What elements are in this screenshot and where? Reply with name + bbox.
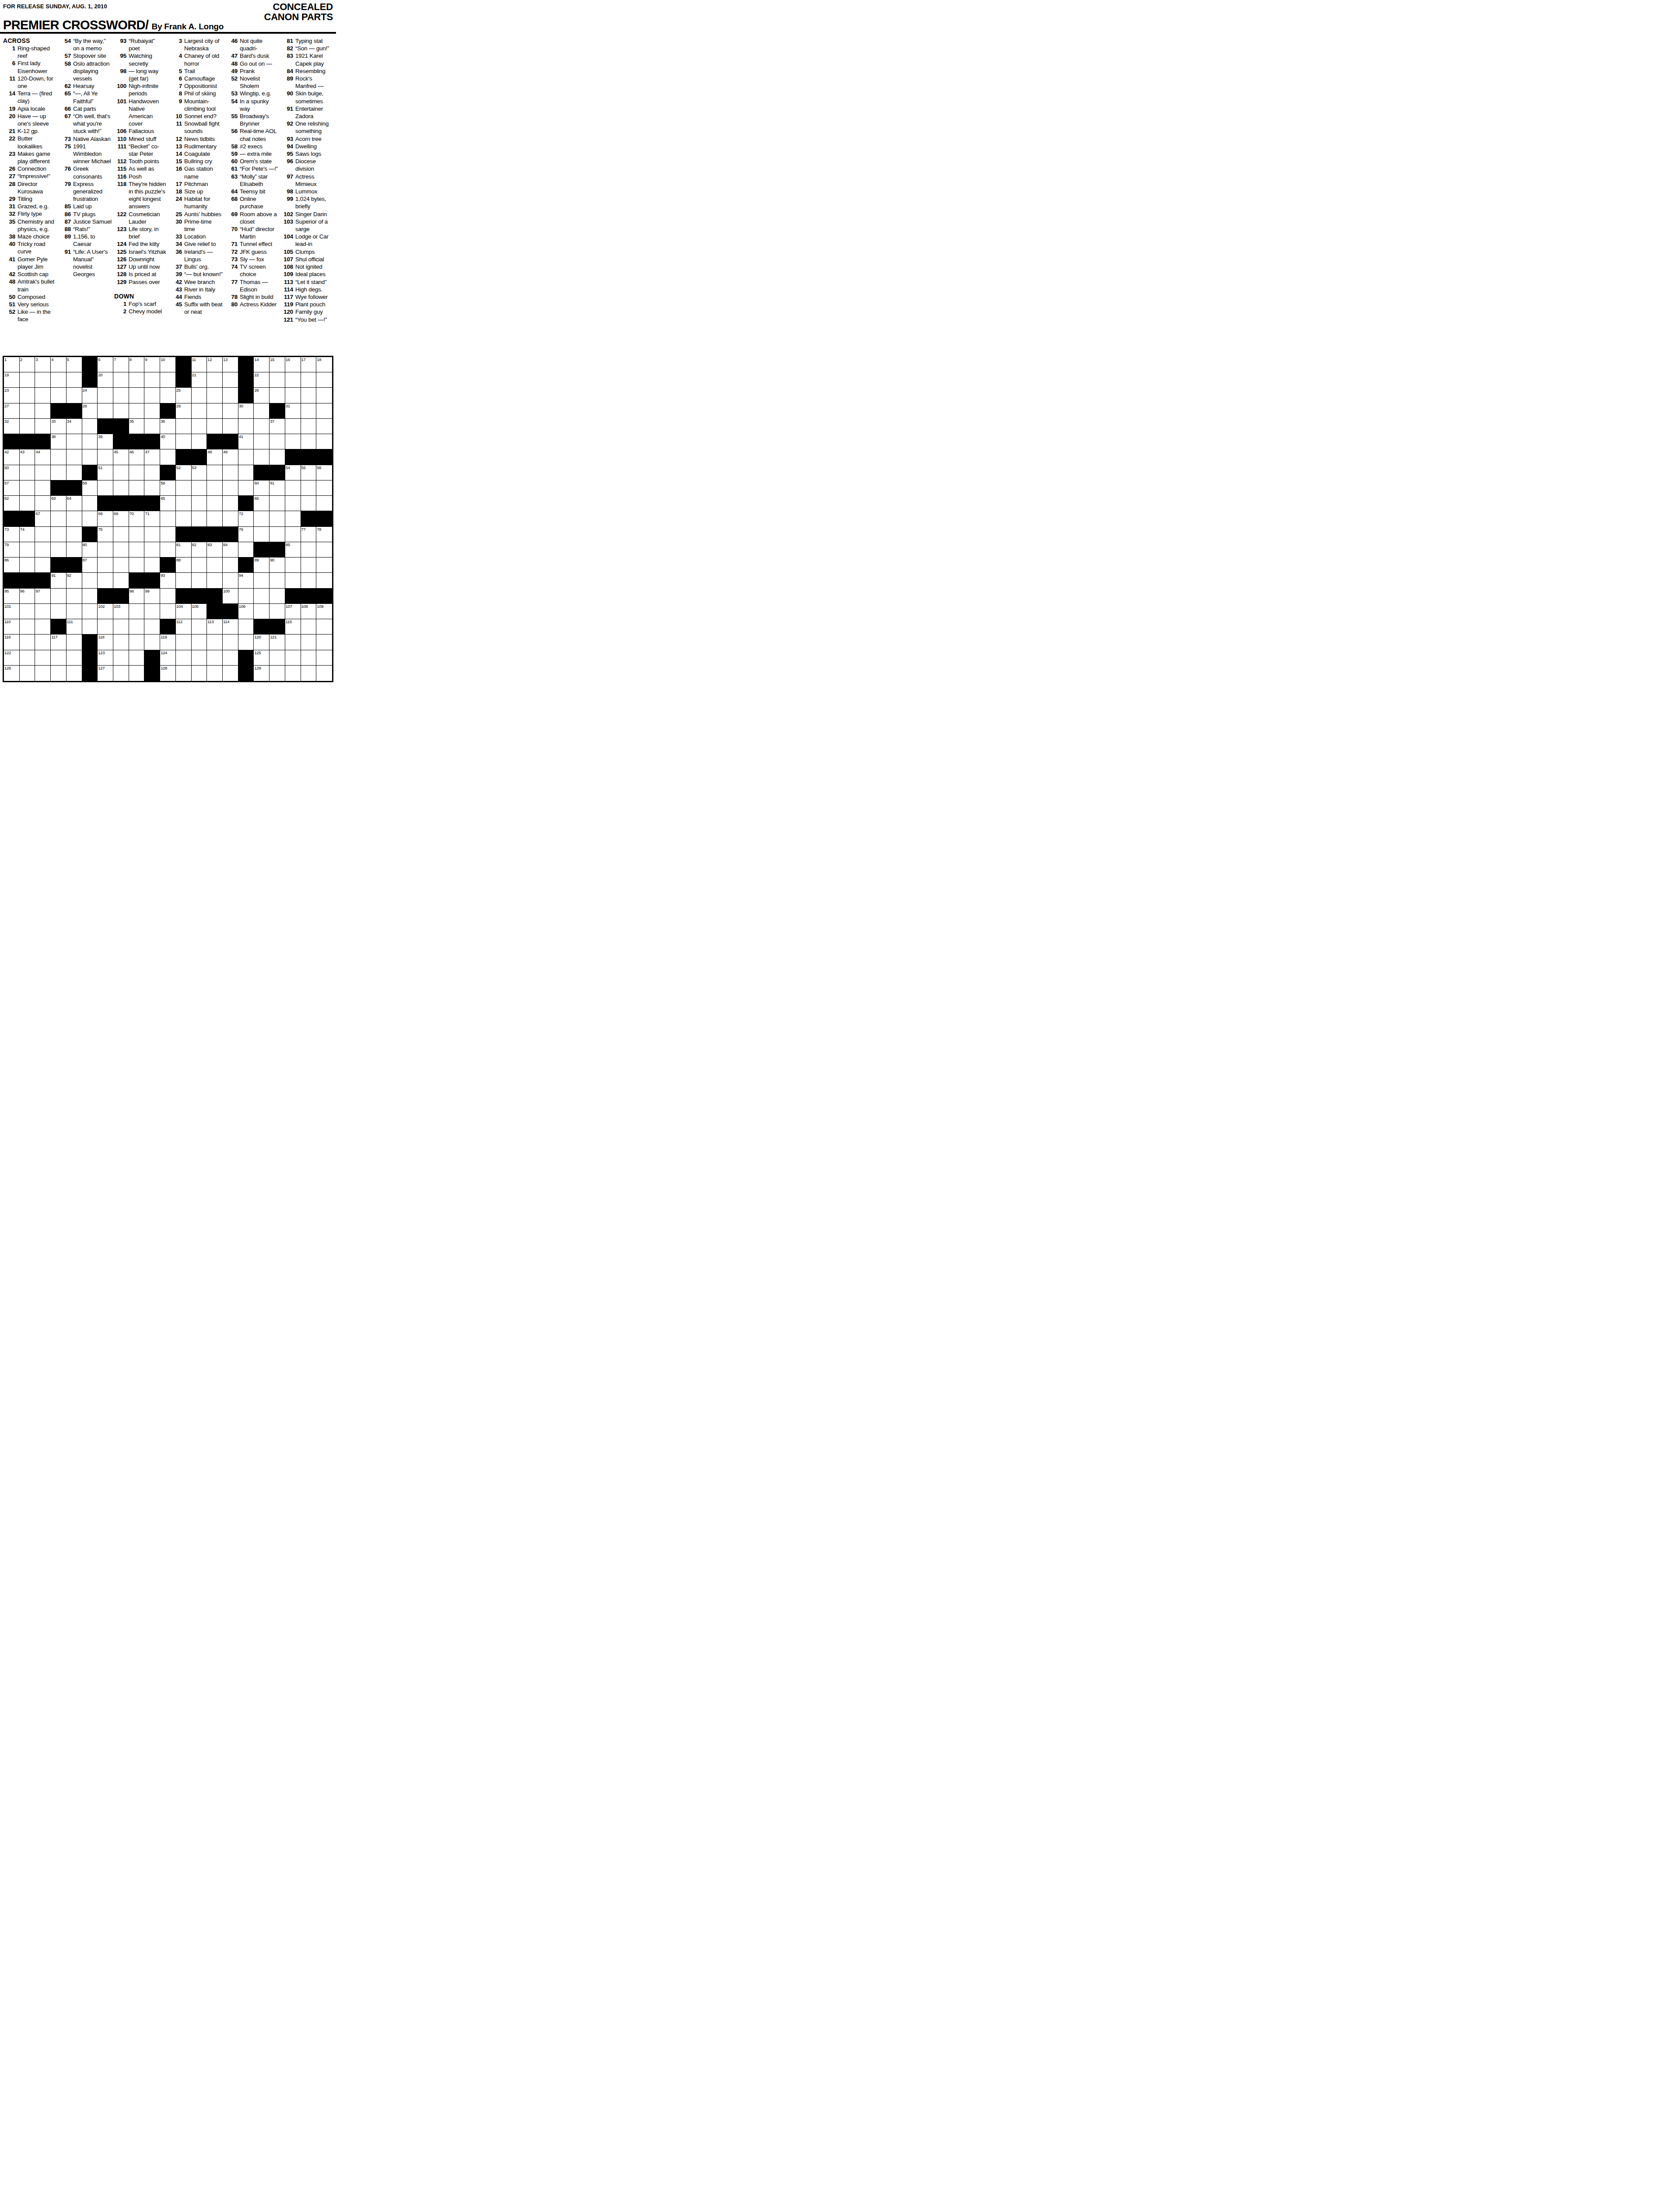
cell-21-12[interactable] (176, 666, 192, 681)
cell-19-4[interactable]: 117 (51, 635, 66, 650)
cell-15-19[interactable] (285, 573, 301, 588)
cell-17-11[interactable] (160, 604, 176, 619)
cell-3-2[interactable] (20, 388, 35, 403)
cell-19-12[interactable] (176, 635, 192, 650)
cell-1-3[interactable]: 3 (35, 357, 51, 372)
cell-10-11[interactable]: 65 (160, 496, 176, 511)
cell-19-18[interactable]: 121 (269, 635, 285, 650)
cell-7-1[interactable]: 42 (4, 449, 20, 465)
cell-3-11[interactable] (160, 388, 176, 403)
cell-8-7[interactable]: 51 (98, 465, 113, 480)
cell-17-19[interactable]: 107 (285, 604, 301, 619)
cell-4-1[interactable]: 27 (4, 403, 20, 419)
cell-14-3[interactable] (35, 558, 51, 573)
cell-1-1[interactable]: 1 (4, 357, 20, 372)
cell-20-2[interactable] (20, 650, 35, 666)
cell-12-21[interactable]: 78 (316, 527, 332, 542)
cell-14-13[interactable] (192, 558, 207, 573)
cell-11-7[interactable]: 68 (98, 511, 113, 526)
cell-17-10[interactable] (144, 604, 160, 619)
cell-10-2[interactable] (20, 496, 35, 511)
cell-16-17[interactable] (254, 589, 269, 604)
cell-17-17[interactable] (254, 604, 269, 619)
cell-6-21[interactable] (316, 434, 332, 449)
cell-20-13[interactable] (192, 650, 207, 666)
cell-7-11[interactable] (160, 449, 176, 465)
cell-18-14[interactable]: 113 (207, 619, 223, 635)
cell-1-5[interactable]: 5 (66, 357, 82, 372)
cell-21-20[interactable] (301, 666, 317, 681)
cell-9-15[interactable] (223, 480, 238, 496)
cell-8-15[interactable] (223, 465, 238, 480)
cell-15-7[interactable] (98, 573, 113, 588)
cell-2-4[interactable] (51, 372, 66, 388)
cell-17-1[interactable]: 101 (4, 604, 20, 619)
cell-3-4[interactable] (51, 388, 66, 403)
cell-3-14[interactable] (207, 388, 223, 403)
cell-18-10[interactable] (144, 619, 160, 635)
cell-20-8[interactable] (113, 650, 129, 666)
cell-10-21[interactable] (316, 496, 332, 511)
cell-5-6[interactable] (82, 419, 98, 434)
cell-6-19[interactable] (285, 434, 301, 449)
cell-11-10[interactable]: 71 (144, 511, 160, 526)
cell-14-15[interactable] (223, 558, 238, 573)
cell-10-20[interactable] (301, 496, 317, 511)
cell-20-15[interactable] (223, 650, 238, 666)
cell-4-15[interactable] (223, 403, 238, 419)
cell-12-10[interactable] (144, 527, 160, 542)
cell-5-13[interactable] (192, 419, 207, 434)
cell-21-11[interactable]: 128 (160, 666, 176, 681)
cell-17-16[interactable]: 106 (238, 604, 254, 619)
cell-19-9[interactable] (129, 635, 145, 650)
cell-3-7[interactable] (98, 388, 113, 403)
cell-2-8[interactable] (113, 372, 129, 388)
cell-8-2[interactable] (20, 465, 35, 480)
cell-1-7[interactable]: 6 (98, 357, 113, 372)
cell-7-5[interactable] (66, 449, 82, 465)
cell-19-14[interactable] (207, 635, 223, 650)
cell-13-2[interactable] (20, 542, 35, 558)
cell-5-1[interactable]: 32 (4, 419, 20, 434)
cell-14-2[interactable] (20, 558, 35, 573)
cell-1-17[interactable]: 14 (254, 357, 269, 372)
cell-7-4[interactable] (51, 449, 66, 465)
cell-3-12[interactable]: 25 (176, 388, 192, 403)
cell-12-3[interactable] (35, 527, 51, 542)
cell-19-13[interactable] (192, 635, 207, 650)
cell-12-7[interactable]: 75 (98, 527, 113, 542)
cell-17-2[interactable] (20, 604, 35, 619)
cell-5-21[interactable] (316, 419, 332, 434)
cell-10-13[interactable] (192, 496, 207, 511)
cell-4-17[interactable] (254, 403, 269, 419)
cell-5-12[interactable] (176, 419, 192, 434)
cell-7-10[interactable]: 47 (144, 449, 160, 465)
cell-9-13[interactable] (192, 480, 207, 496)
cell-19-11[interactable]: 119 (160, 635, 176, 650)
cell-11-4[interactable] (51, 511, 66, 526)
cell-14-1[interactable]: 86 (4, 558, 20, 573)
cell-18-6[interactable] (82, 619, 98, 635)
cell-9-8[interactable] (113, 480, 129, 496)
cell-20-7[interactable]: 123 (98, 650, 113, 666)
cell-15-21[interactable] (316, 573, 332, 588)
cell-1-13[interactable]: 11 (192, 357, 207, 372)
cell-13-12[interactable]: 81 (176, 542, 192, 558)
cell-21-4[interactable] (51, 666, 66, 681)
cell-18-15[interactable]: 114 (223, 619, 238, 635)
cell-13-6[interactable]: 80 (82, 542, 98, 558)
cell-11-11[interactable] (160, 511, 176, 526)
cell-6-18[interactable] (269, 434, 285, 449)
cell-5-5[interactable]: 34 (66, 419, 82, 434)
cell-1-4[interactable]: 4 (51, 357, 66, 372)
cell-2-14[interactable] (207, 372, 223, 388)
cell-2-21[interactable] (316, 372, 332, 388)
cell-19-17[interactable]: 120 (254, 635, 269, 650)
cell-16-9[interactable]: 98 (129, 589, 145, 604)
cell-21-21[interactable] (316, 666, 332, 681)
cell-9-1[interactable]: 57 (4, 480, 20, 496)
cell-8-16[interactable] (238, 465, 254, 480)
cell-9-14[interactable] (207, 480, 223, 496)
cell-18-20[interactable] (301, 619, 317, 635)
cell-8-8[interactable] (113, 465, 129, 480)
cell-16-10[interactable]: 99 (144, 589, 160, 604)
cell-15-15[interactable] (223, 573, 238, 588)
cell-1-9[interactable]: 8 (129, 357, 145, 372)
cell-13-5[interactable] (66, 542, 82, 558)
cell-10-5[interactable]: 64 (66, 496, 82, 511)
cell-9-11[interactable]: 59 (160, 480, 176, 496)
cell-9-21[interactable] (316, 480, 332, 496)
cell-13-7[interactable] (98, 542, 113, 558)
cell-9-19[interactable] (285, 480, 301, 496)
cell-1-11[interactable]: 10 (160, 357, 176, 372)
cell-14-20[interactable] (301, 558, 317, 573)
cell-1-18[interactable]: 15 (269, 357, 285, 372)
cell-4-9[interactable] (129, 403, 145, 419)
cell-4-19[interactable]: 31 (285, 403, 301, 419)
cell-3-20[interactable] (301, 388, 317, 403)
cell-7-18[interactable] (269, 449, 285, 465)
cell-18-21[interactable] (316, 619, 332, 635)
cell-13-19[interactable]: 85 (285, 542, 301, 558)
cell-7-17[interactable] (254, 449, 269, 465)
cell-3-9[interactable] (129, 388, 145, 403)
cell-6-13[interactable] (192, 434, 207, 449)
cell-6-17[interactable] (254, 434, 269, 449)
cell-14-10[interactable] (144, 558, 160, 573)
cell-2-3[interactable] (35, 372, 51, 388)
cell-20-17[interactable]: 125 (254, 650, 269, 666)
cell-17-18[interactable] (269, 604, 285, 619)
cell-11-14[interactable] (207, 511, 223, 526)
cell-14-9[interactable] (129, 558, 145, 573)
cell-19-10[interactable] (144, 635, 160, 650)
cell-17-9[interactable] (129, 604, 145, 619)
cell-9-17[interactable]: 60 (254, 480, 269, 496)
cell-8-21[interactable]: 56 (316, 465, 332, 480)
cell-17-21[interactable]: 109 (316, 604, 332, 619)
cell-16-18[interactable] (269, 589, 285, 604)
cell-9-20[interactable] (301, 480, 317, 496)
cell-15-11[interactable]: 93 (160, 573, 176, 588)
cell-18-9[interactable] (129, 619, 145, 635)
cell-1-2[interactable]: 2 (20, 357, 35, 372)
cell-9-16[interactable] (238, 480, 254, 496)
cell-3-18[interactable] (269, 388, 285, 403)
cell-15-16[interactable]: 94 (238, 573, 254, 588)
cell-1-20[interactable]: 17 (301, 357, 317, 372)
cell-14-21[interactable] (316, 558, 332, 573)
cell-21-18[interactable] (269, 666, 285, 681)
cell-5-9[interactable]: 35 (129, 419, 145, 434)
cell-4-10[interactable] (144, 403, 160, 419)
cell-7-3[interactable]: 44 (35, 449, 51, 465)
cell-21-2[interactable] (20, 666, 35, 681)
cell-5-17[interactable] (254, 419, 269, 434)
cell-18-3[interactable] (35, 619, 51, 635)
cell-2-2[interactable] (20, 372, 35, 388)
cell-21-7[interactable]: 127 (98, 666, 113, 681)
cell-17-13[interactable]: 105 (192, 604, 207, 619)
cell-9-12[interactable] (176, 480, 192, 496)
cell-15-5[interactable]: 92 (66, 573, 82, 588)
cell-18-7[interactable] (98, 619, 113, 635)
cell-13-8[interactable] (113, 542, 129, 558)
cell-20-20[interactable] (301, 650, 317, 666)
cell-21-1[interactable]: 126 (4, 666, 20, 681)
cell-2-5[interactable] (66, 372, 82, 388)
cell-5-3[interactable] (35, 419, 51, 434)
cell-9-6[interactable]: 58 (82, 480, 98, 496)
cell-13-9[interactable] (129, 542, 145, 558)
cell-4-8[interactable] (113, 403, 129, 419)
cell-3-8[interactable] (113, 388, 129, 403)
cell-12-19[interactable] (285, 527, 301, 542)
cell-3-10[interactable] (144, 388, 160, 403)
cell-12-20[interactable]: 77 (301, 527, 317, 542)
cell-11-18[interactable] (269, 511, 285, 526)
cell-2-1[interactable]: 19 (4, 372, 20, 388)
cell-13-15[interactable]: 84 (223, 542, 238, 558)
cell-2-17[interactable]: 22 (254, 372, 269, 388)
cell-15-6[interactable] (82, 573, 98, 588)
cell-19-15[interactable] (223, 635, 238, 650)
cell-6-6[interactable] (82, 434, 98, 449)
cell-3-3[interactable] (35, 388, 51, 403)
cell-11-6[interactable] (82, 511, 98, 526)
cell-7-15[interactable]: 49 (223, 449, 238, 465)
cell-7-16[interactable] (238, 449, 254, 465)
cell-7-9[interactable]: 46 (129, 449, 145, 465)
cell-2-10[interactable] (144, 372, 160, 388)
cell-17-8[interactable]: 103 (113, 604, 129, 619)
cell-15-13[interactable] (192, 573, 207, 588)
cell-8-13[interactable]: 53 (192, 465, 207, 480)
cell-20-3[interactable] (35, 650, 51, 666)
cell-20-5[interactable] (66, 650, 82, 666)
cell-20-11[interactable]: 124 (160, 650, 176, 666)
cell-16-3[interactable]: 97 (35, 589, 51, 604)
cell-4-14[interactable] (207, 403, 223, 419)
cell-6-12[interactable] (176, 434, 192, 449)
cell-13-11[interactable] (160, 542, 176, 558)
cell-12-1[interactable]: 73 (4, 527, 20, 542)
cell-3-19[interactable] (285, 388, 301, 403)
cell-12-16[interactable]: 76 (238, 527, 254, 542)
cell-14-6[interactable]: 87 (82, 558, 98, 573)
cell-21-8[interactable] (113, 666, 129, 681)
cell-10-12[interactable] (176, 496, 192, 511)
cell-1-19[interactable]: 16 (285, 357, 301, 372)
cell-6-16[interactable]: 41 (238, 434, 254, 449)
cell-10-17[interactable]: 66 (254, 496, 269, 511)
cell-14-8[interactable] (113, 558, 129, 573)
cell-4-20[interactable] (301, 403, 317, 419)
cell-19-5[interactable] (66, 635, 82, 650)
cell-4-16[interactable]: 30 (238, 403, 254, 419)
cell-14-14[interactable] (207, 558, 223, 573)
cell-18-12[interactable]: 112 (176, 619, 192, 635)
cell-20-9[interactable] (129, 650, 145, 666)
cell-1-8[interactable]: 7 (113, 357, 129, 372)
cell-18-5[interactable]: 111 (66, 619, 82, 635)
cell-21-5[interactable] (66, 666, 82, 681)
cell-17-4[interactable] (51, 604, 66, 619)
cell-14-12[interactable]: 88 (176, 558, 192, 573)
cell-2-15[interactable] (223, 372, 238, 388)
cell-2-11[interactable] (160, 372, 176, 388)
cell-12-17[interactable] (254, 527, 269, 542)
cell-5-16[interactable] (238, 419, 254, 434)
cell-11-19[interactable] (285, 511, 301, 526)
cell-18-16[interactable] (238, 619, 254, 635)
cell-8-19[interactable]: 54 (285, 465, 301, 480)
cell-6-7[interactable]: 39 (98, 434, 113, 449)
cell-4-21[interactable] (316, 403, 332, 419)
cell-19-8[interactable] (113, 635, 129, 650)
cell-21-14[interactable] (207, 666, 223, 681)
cell-20-14[interactable] (207, 650, 223, 666)
cell-21-15[interactable] (223, 666, 238, 681)
cell-16-5[interactable] (66, 589, 82, 604)
cell-3-5[interactable] (66, 388, 82, 403)
cell-4-7[interactable] (98, 403, 113, 419)
cell-10-1[interactable]: 62 (4, 496, 20, 511)
cell-21-19[interactable] (285, 666, 301, 681)
cell-15-20[interactable] (301, 573, 317, 588)
cell-11-16[interactable]: 72 (238, 511, 254, 526)
cell-11-13[interactable] (192, 511, 207, 526)
cell-13-16[interactable] (238, 542, 254, 558)
cell-3-15[interactable] (223, 388, 238, 403)
cell-20-12[interactable] (176, 650, 192, 666)
cell-5-14[interactable] (207, 419, 223, 434)
cell-1-21[interactable]: 18 (316, 357, 332, 372)
cell-3-17[interactable]: 26 (254, 388, 269, 403)
cell-16-4[interactable] (51, 589, 66, 604)
cell-19-21[interactable] (316, 635, 332, 650)
cell-8-9[interactable] (129, 465, 145, 480)
cell-8-10[interactable] (144, 465, 160, 480)
cell-13-4[interactable] (51, 542, 66, 558)
cell-15-8[interactable] (113, 573, 129, 588)
cell-9-7[interactable] (98, 480, 113, 496)
cell-5-11[interactable]: 36 (160, 419, 176, 434)
cell-8-20[interactable]: 55 (301, 465, 317, 480)
cell-18-2[interactable] (20, 619, 35, 635)
cell-19-16[interactable] (238, 635, 254, 650)
cell-21-3[interactable] (35, 666, 51, 681)
cell-16-16[interactable] (238, 589, 254, 604)
cell-16-6[interactable] (82, 589, 98, 604)
cell-17-5[interactable] (66, 604, 82, 619)
cell-14-7[interactable] (98, 558, 113, 573)
cell-6-5[interactable] (66, 434, 82, 449)
cell-20-19[interactable] (285, 650, 301, 666)
cell-16-15[interactable]: 100 (223, 589, 238, 604)
cell-13-3[interactable] (35, 542, 51, 558)
cell-4-2[interactable] (20, 403, 35, 419)
cell-12-4[interactable] (51, 527, 66, 542)
cell-7-14[interactable]: 48 (207, 449, 223, 465)
cell-21-9[interactable] (129, 666, 145, 681)
cell-11-3[interactable]: 67 (35, 511, 51, 526)
cell-19-1[interactable]: 116 (4, 635, 20, 650)
cell-15-12[interactable] (176, 573, 192, 588)
cell-2-7[interactable]: 20 (98, 372, 113, 388)
cell-3-21[interactable] (316, 388, 332, 403)
cell-14-17[interactable]: 89 (254, 558, 269, 573)
cell-10-6[interactable] (82, 496, 98, 511)
cell-2-20[interactable] (301, 372, 317, 388)
cell-6-4[interactable]: 38 (51, 434, 66, 449)
cell-11-8[interactable]: 69 (113, 511, 129, 526)
cell-21-13[interactable] (192, 666, 207, 681)
cell-11-15[interactable] (223, 511, 238, 526)
cell-9-2[interactable] (20, 480, 35, 496)
cell-19-20[interactable] (301, 635, 317, 650)
cell-8-4[interactable] (51, 465, 66, 480)
cell-8-14[interactable] (207, 465, 223, 480)
cell-15-17[interactable] (254, 573, 269, 588)
cell-2-19[interactable] (285, 372, 301, 388)
cell-18-8[interactable] (113, 619, 129, 635)
cell-1-15[interactable]: 13 (223, 357, 238, 372)
cell-2-18[interactable] (269, 372, 285, 388)
cell-18-1[interactable]: 110 (4, 619, 20, 635)
cell-10-15[interactable] (223, 496, 238, 511)
cell-12-5[interactable] (66, 527, 82, 542)
cell-16-2[interactable]: 96 (20, 589, 35, 604)
cell-13-10[interactable] (144, 542, 160, 558)
cell-2-9[interactable] (129, 372, 145, 388)
cell-20-1[interactable]: 122 (4, 650, 20, 666)
cell-3-1[interactable]: 23 (4, 388, 20, 403)
cell-17-20[interactable]: 108 (301, 604, 317, 619)
cell-17-3[interactable] (35, 604, 51, 619)
cell-17-12[interactable]: 104 (176, 604, 192, 619)
cell-17-7[interactable]: 102 (98, 604, 113, 619)
cell-12-11[interactable] (160, 527, 176, 542)
cell-8-1[interactable]: 50 (4, 465, 20, 480)
cell-9-10[interactable] (144, 480, 160, 496)
cell-2-13[interactable]: 21 (192, 372, 207, 388)
